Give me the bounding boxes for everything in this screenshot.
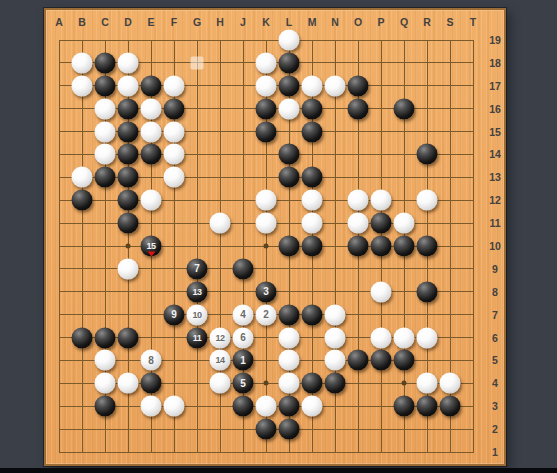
stone-P11 bbox=[371, 213, 392, 234]
column-label-S: S bbox=[446, 16, 453, 28]
stone-F15 bbox=[164, 121, 185, 142]
column-label-K: K bbox=[262, 16, 270, 28]
star-point-K10 bbox=[264, 244, 269, 249]
stone-O11 bbox=[348, 213, 369, 234]
app-background: { "game": "go", "board": { "size": 19, "… bbox=[0, 0, 557, 473]
stone-D16 bbox=[118, 98, 139, 119]
stone-S4 bbox=[440, 373, 461, 394]
row-label-16: 16 bbox=[489, 103, 501, 115]
stone-K11 bbox=[256, 213, 277, 234]
stone-K7: 2 bbox=[256, 304, 277, 325]
stone-L18 bbox=[279, 52, 300, 73]
stone-J9 bbox=[233, 258, 254, 279]
move-number-9: 9 bbox=[164, 304, 185, 325]
row-label-15: 15 bbox=[489, 126, 501, 138]
grid-line-vertical bbox=[82, 40, 83, 453]
stone-K17 bbox=[256, 75, 277, 96]
column-label-H: H bbox=[216, 16, 224, 28]
stone-K18 bbox=[256, 52, 277, 73]
stone-O16 bbox=[348, 98, 369, 119]
stone-K15 bbox=[256, 121, 277, 142]
stone-D15 bbox=[118, 121, 139, 142]
column-label-L: L bbox=[286, 16, 292, 28]
row-label-5: 5 bbox=[492, 354, 498, 366]
row-label-14: 14 bbox=[489, 148, 501, 160]
stone-C16 bbox=[95, 98, 116, 119]
stone-F17 bbox=[164, 75, 185, 96]
stone-O5 bbox=[348, 350, 369, 371]
stone-Q10 bbox=[394, 236, 415, 257]
column-label-B: B bbox=[78, 16, 86, 28]
stone-Q6 bbox=[394, 327, 415, 348]
stone-F3 bbox=[164, 396, 185, 417]
stone-C4 bbox=[95, 373, 116, 394]
stone-P12 bbox=[371, 190, 392, 211]
move-number-3: 3 bbox=[256, 281, 277, 302]
grid-line-vertical bbox=[197, 40, 198, 453]
stone-J4: 5 bbox=[233, 373, 254, 394]
row-label-1: 1 bbox=[492, 446, 498, 458]
stone-B18 bbox=[72, 52, 93, 73]
stone-O17 bbox=[348, 75, 369, 96]
column-label-R: R bbox=[423, 16, 431, 28]
move-number-12: 12 bbox=[210, 327, 231, 348]
stone-D12 bbox=[118, 190, 139, 211]
move-number-8: 8 bbox=[141, 350, 162, 371]
stone-N6 bbox=[325, 327, 346, 348]
stone-S3 bbox=[440, 396, 461, 417]
stone-P6 bbox=[371, 327, 392, 348]
stone-E17 bbox=[141, 75, 162, 96]
move-number-4: 4 bbox=[233, 304, 254, 325]
stone-F16 bbox=[164, 98, 185, 119]
stone-G7: 10 bbox=[187, 304, 208, 325]
stone-G9: 7 bbox=[187, 258, 208, 279]
stone-J7: 4 bbox=[233, 304, 254, 325]
goban[interactable]: ABCDEFGHJKLMNOPQRST191817161514131211109… bbox=[44, 8, 506, 466]
grid-line-vertical bbox=[59, 40, 60, 453]
column-label-C: C bbox=[101, 16, 109, 28]
stone-C13 bbox=[95, 167, 116, 188]
stone-M7 bbox=[302, 304, 323, 325]
column-label-E: E bbox=[147, 16, 154, 28]
stone-R4 bbox=[417, 373, 438, 394]
row-label-12: 12 bbox=[489, 194, 501, 206]
star-point-D10 bbox=[126, 244, 131, 249]
stone-Q11 bbox=[394, 213, 415, 234]
stone-D4 bbox=[118, 373, 139, 394]
stone-D11 bbox=[118, 213, 139, 234]
stone-C15 bbox=[95, 121, 116, 142]
row-label-17: 17 bbox=[489, 80, 501, 92]
stone-L5 bbox=[279, 350, 300, 371]
stone-K8: 3 bbox=[256, 281, 277, 302]
row-label-8: 8 bbox=[492, 286, 498, 298]
stone-L3 bbox=[279, 396, 300, 417]
column-label-F: F bbox=[171, 16, 177, 28]
stone-E5: 8 bbox=[141, 350, 162, 371]
row-label-18: 18 bbox=[489, 57, 501, 69]
stone-H11 bbox=[210, 213, 231, 234]
stone-E3 bbox=[141, 396, 162, 417]
move-number-10: 10 bbox=[187, 304, 208, 325]
stone-H4 bbox=[210, 373, 231, 394]
stone-R12 bbox=[417, 190, 438, 211]
row-label-3: 3 bbox=[492, 400, 498, 412]
row-label-13: 13 bbox=[489, 171, 501, 183]
stone-H5: 14 bbox=[210, 350, 231, 371]
move-number-2: 2 bbox=[256, 304, 277, 325]
stone-L14 bbox=[279, 144, 300, 165]
stone-Q16 bbox=[394, 98, 415, 119]
stone-E15 bbox=[141, 121, 162, 142]
column-label-P: P bbox=[377, 16, 384, 28]
stone-R14 bbox=[417, 144, 438, 165]
stone-K2 bbox=[256, 419, 277, 440]
last-move-marker-icon bbox=[147, 252, 155, 257]
row-label-6: 6 bbox=[492, 332, 498, 344]
stone-C18 bbox=[95, 52, 116, 73]
stone-B6 bbox=[72, 327, 93, 348]
column-label-M: M bbox=[308, 16, 317, 28]
stone-B17 bbox=[72, 75, 93, 96]
stone-L13 bbox=[279, 167, 300, 188]
stone-H6: 12 bbox=[210, 327, 231, 348]
star-point-Q4 bbox=[402, 381, 407, 386]
stone-P5 bbox=[371, 350, 392, 371]
stone-N17 bbox=[325, 75, 346, 96]
stone-C6 bbox=[95, 327, 116, 348]
stone-R3 bbox=[417, 396, 438, 417]
column-label-A: A bbox=[55, 16, 63, 28]
stone-E14 bbox=[141, 144, 162, 165]
stone-N4 bbox=[325, 373, 346, 394]
grid-line-horizontal bbox=[59, 452, 474, 453]
stone-L19 bbox=[279, 30, 300, 51]
row-label-7: 7 bbox=[492, 309, 498, 321]
stone-M17 bbox=[302, 75, 323, 96]
stone-J3 bbox=[233, 396, 254, 417]
column-label-Q: Q bbox=[400, 16, 408, 28]
stone-D17 bbox=[118, 75, 139, 96]
stone-M13 bbox=[302, 167, 323, 188]
stone-F13 bbox=[164, 167, 185, 188]
column-label-N: N bbox=[331, 16, 339, 28]
column-label-T: T bbox=[470, 16, 476, 28]
stone-D13 bbox=[118, 167, 139, 188]
stone-C17 bbox=[95, 75, 116, 96]
stone-M16 bbox=[302, 98, 323, 119]
stone-E16 bbox=[141, 98, 162, 119]
row-label-19: 19 bbox=[489, 34, 501, 46]
stone-D6 bbox=[118, 327, 139, 348]
stone-C3 bbox=[95, 396, 116, 417]
highlight-G18 bbox=[191, 56, 204, 69]
stone-L17 bbox=[279, 75, 300, 96]
stone-C5 bbox=[95, 350, 116, 371]
column-label-G: G bbox=[193, 16, 201, 28]
stone-K3 bbox=[256, 396, 277, 417]
stone-F14 bbox=[164, 144, 185, 165]
row-label-4: 4 bbox=[492, 377, 498, 389]
stone-Q3 bbox=[394, 396, 415, 417]
stone-E4 bbox=[141, 373, 162, 394]
stone-G8: 13 bbox=[187, 281, 208, 302]
stone-P10 bbox=[371, 236, 392, 257]
stone-L10 bbox=[279, 236, 300, 257]
stone-B13 bbox=[72, 167, 93, 188]
stone-G6: 11 bbox=[187, 327, 208, 348]
grid-line-vertical bbox=[473, 40, 474, 453]
row-label-9: 9 bbox=[492, 263, 498, 275]
stone-D18 bbox=[118, 52, 139, 73]
column-label-D: D bbox=[124, 16, 132, 28]
stone-D14 bbox=[118, 144, 139, 165]
column-label-J: J bbox=[240, 16, 246, 28]
stone-L7 bbox=[279, 304, 300, 325]
stone-R10 bbox=[417, 236, 438, 257]
stone-L4 bbox=[279, 373, 300, 394]
stone-R6 bbox=[417, 327, 438, 348]
move-number-11: 11 bbox=[187, 327, 208, 348]
stone-M11 bbox=[302, 213, 323, 234]
stone-F7: 9 bbox=[164, 304, 185, 325]
stone-M15 bbox=[302, 121, 323, 142]
stone-O12 bbox=[348, 190, 369, 211]
stone-N5 bbox=[325, 350, 346, 371]
column-label-O: O bbox=[354, 16, 362, 28]
stone-C14 bbox=[95, 144, 116, 165]
move-number-6: 6 bbox=[233, 327, 254, 348]
stone-N7 bbox=[325, 304, 346, 325]
stone-M12 bbox=[302, 190, 323, 211]
row-label-10: 10 bbox=[489, 240, 501, 252]
move-number-13: 13 bbox=[187, 281, 208, 302]
star-point-K4 bbox=[264, 381, 269, 386]
stone-J5: 1 bbox=[233, 350, 254, 371]
stone-L2 bbox=[279, 419, 300, 440]
stone-O10 bbox=[348, 236, 369, 257]
move-number-7: 7 bbox=[187, 258, 208, 279]
move-number-5: 5 bbox=[233, 373, 254, 394]
stone-D9 bbox=[118, 258, 139, 279]
stone-K12 bbox=[256, 190, 277, 211]
move-number-1: 1 bbox=[233, 350, 254, 371]
stone-Q5 bbox=[394, 350, 415, 371]
grid-line-horizontal bbox=[59, 40, 474, 41]
stone-L16 bbox=[279, 98, 300, 119]
stone-M10 bbox=[302, 236, 323, 257]
move-number-14: 14 bbox=[210, 350, 231, 371]
stone-B12 bbox=[72, 190, 93, 211]
stone-M4 bbox=[302, 373, 323, 394]
stone-P8 bbox=[371, 281, 392, 302]
stone-K16 bbox=[256, 98, 277, 119]
stone-J6: 6 bbox=[233, 327, 254, 348]
stone-E12 bbox=[141, 190, 162, 211]
row-label-2: 2 bbox=[492, 423, 498, 435]
bottom-bar bbox=[0, 468, 557, 473]
stone-L6 bbox=[279, 327, 300, 348]
row-label-11: 11 bbox=[489, 217, 500, 229]
stone-M3 bbox=[302, 396, 323, 417]
stone-R8 bbox=[417, 281, 438, 302]
stone-E10: 15 bbox=[141, 236, 162, 257]
